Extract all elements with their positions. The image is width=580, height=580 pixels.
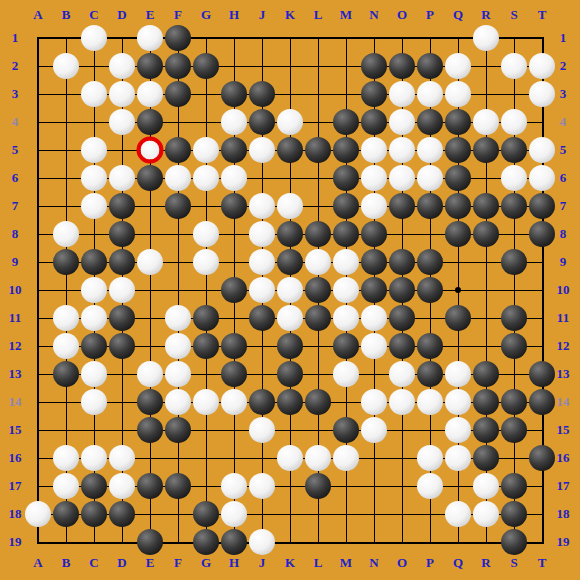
col-label-top: L [314,7,323,23]
black-stone [53,361,79,387]
white-stone [445,445,471,471]
black-stone [389,333,415,359]
black-stone [333,165,359,191]
black-stone [221,137,247,163]
white-stone [81,305,107,331]
black-stone [165,25,191,51]
row-label-left: 19 [9,534,22,550]
white-stone [249,249,275,275]
white-stone [445,53,471,79]
white-stone [249,137,275,163]
white-stone [249,193,275,219]
white-stone [417,165,443,191]
black-stone [53,249,79,275]
black-stone [137,109,163,135]
white-stone [221,473,247,499]
white-stone [361,165,387,191]
black-stone [221,81,247,107]
white-stone [277,277,303,303]
white-stone [417,81,443,107]
row-label-left: 2 [12,58,19,74]
white-stone [445,417,471,443]
white-stone [473,25,499,51]
white-stone [165,305,191,331]
black-stone [473,389,499,415]
white-stone [249,221,275,247]
black-stone [501,389,527,415]
row-label-left: 1 [12,30,19,46]
white-stone [417,473,443,499]
white-stone [81,277,107,303]
white-stone [333,277,359,303]
black-stone [165,137,191,163]
white-stone [109,53,135,79]
last-move-marked-stone [137,137,164,164]
white-stone [361,417,387,443]
black-stone [417,249,443,275]
col-label-top: H [229,7,239,23]
black-stone [417,277,443,303]
black-stone [389,305,415,331]
white-stone [333,445,359,471]
row-label-right: 12 [557,338,570,354]
black-stone [81,501,107,527]
white-stone [53,333,79,359]
col-label-top: D [117,7,126,23]
black-stone [221,333,247,359]
black-stone [193,501,219,527]
row-label-right: 3 [560,86,567,102]
white-stone [473,473,499,499]
white-stone [81,25,107,51]
white-stone [473,109,499,135]
white-stone [361,389,387,415]
black-stone [361,53,387,79]
black-stone [221,193,247,219]
white-stone [501,165,527,191]
white-stone [277,445,303,471]
white-stone [109,473,135,499]
black-stone [333,137,359,163]
row-label-left: 13 [9,366,22,382]
black-stone [277,333,303,359]
black-stone [529,221,555,247]
col-label-top: B [62,7,71,23]
black-stone [389,53,415,79]
white-stone [53,221,79,247]
white-stone [445,81,471,107]
black-stone [305,137,331,163]
black-stone [305,473,331,499]
col-label-top: R [481,7,490,23]
row-label-right: 14 [557,394,570,410]
black-stone [501,417,527,443]
row-label-left: 12 [9,338,22,354]
white-stone [389,137,415,163]
row-label-left: 6 [12,170,19,186]
white-stone [81,361,107,387]
white-stone [361,333,387,359]
black-stone [445,137,471,163]
black-stone [165,417,191,443]
black-stone [361,277,387,303]
black-stone [81,333,107,359]
black-stone [473,137,499,163]
black-stone [109,249,135,275]
black-stone [277,361,303,387]
white-stone [529,137,555,163]
white-stone [165,361,191,387]
black-stone [305,221,331,247]
row-label-left: 11 [9,310,21,326]
white-stone [221,165,247,191]
row-label-right: 18 [557,506,570,522]
col-label-top: J [259,7,266,23]
white-stone [81,81,107,107]
row-label-left: 15 [9,422,22,438]
white-stone [473,501,499,527]
black-stone [417,333,443,359]
black-stone [501,333,527,359]
black-stone [249,81,275,107]
row-label-right: 7 [560,198,567,214]
col-label-top: O [397,7,407,23]
white-stone [333,305,359,331]
black-stone [193,305,219,331]
black-stone [193,529,219,555]
white-stone [221,109,247,135]
white-stone [305,445,331,471]
black-stone [165,193,191,219]
white-stone [277,193,303,219]
white-stone [109,81,135,107]
white-stone [417,445,443,471]
white-stone [221,389,247,415]
black-stone [165,473,191,499]
black-stone [109,193,135,219]
black-stone [277,389,303,415]
black-stone [165,53,191,79]
black-stone [445,221,471,247]
black-stone [473,361,499,387]
col-label-bottom: K [285,555,295,571]
row-label-right: 11 [557,310,569,326]
black-stone [333,417,359,443]
black-stone [529,193,555,219]
row-label-right: 1 [560,30,567,46]
col-label-top: A [33,7,42,23]
col-label-bottom: M [340,555,352,571]
row-label-right: 10 [557,282,570,298]
white-stone [109,277,135,303]
white-stone [249,473,275,499]
white-stone [529,53,555,79]
row-label-right: 13 [557,366,570,382]
white-stone [361,193,387,219]
white-stone [445,501,471,527]
black-stone [529,361,555,387]
black-stone [361,109,387,135]
white-stone [193,249,219,275]
black-stone [305,277,331,303]
black-stone [333,109,359,135]
col-label-top: C [89,7,98,23]
col-label-bottom: P [426,555,434,571]
black-stone [109,333,135,359]
white-stone [53,473,79,499]
white-stone [193,389,219,415]
col-label-top: M [340,7,352,23]
black-stone [109,501,135,527]
white-stone [137,361,163,387]
white-stone [529,165,555,191]
white-stone [109,445,135,471]
white-stone [165,333,191,359]
black-stone [389,193,415,219]
white-stone [109,109,135,135]
row-label-left: 18 [9,506,22,522]
col-label-bottom: O [397,555,407,571]
white-stone [389,81,415,107]
row-label-left: 17 [9,478,22,494]
row-label-left: 4 [12,114,19,130]
col-label-top: E [146,7,155,23]
col-label-top: Q [453,7,463,23]
white-stone [361,305,387,331]
row-label-right: 16 [557,450,570,466]
white-stone [137,25,163,51]
black-stone [333,221,359,247]
black-stone [445,305,471,331]
white-stone [389,361,415,387]
col-label-bottom: B [62,555,71,571]
black-stone [137,165,163,191]
row-label-left: 9 [12,254,19,270]
white-stone [501,53,527,79]
white-stone [249,529,275,555]
row-label-right: 4 [560,114,567,130]
row-label-left: 5 [12,142,19,158]
white-stone [221,501,247,527]
white-stone [81,193,107,219]
black-stone [501,137,527,163]
white-stone [81,445,107,471]
col-label-top: S [510,7,517,23]
white-stone [417,389,443,415]
col-label-top: T [538,7,547,23]
black-stone [277,137,303,163]
black-stone [221,529,247,555]
row-label-right: 9 [560,254,567,270]
black-stone [277,221,303,247]
white-stone [389,109,415,135]
col-label-top: N [369,7,378,23]
black-stone [137,53,163,79]
col-label-top: F [174,7,182,23]
black-stone [165,81,191,107]
col-label-bottom: S [510,555,517,571]
white-stone [137,249,163,275]
star-point [455,287,461,293]
white-stone [53,445,79,471]
black-stone [389,277,415,303]
black-stone [137,473,163,499]
white-stone [249,417,275,443]
black-stone [389,249,415,275]
go-board[interactable]: AABBCCDDEEFFGGHHJJKKLLMMNNOOPPQQRRSSTT11… [0,0,580,580]
row-label-right: 5 [560,142,567,158]
black-stone [501,529,527,555]
white-stone [305,249,331,275]
row-label-right: 15 [557,422,570,438]
black-stone [333,193,359,219]
black-stone [529,445,555,471]
col-label-bottom: D [117,555,126,571]
row-label-right: 6 [560,170,567,186]
row-label-left: 10 [9,282,22,298]
col-label-bottom: J [259,555,266,571]
black-stone [501,305,527,331]
black-stone [249,389,275,415]
black-stone [445,165,471,191]
black-stone [193,53,219,79]
black-stone [361,249,387,275]
black-stone [109,221,135,247]
white-stone [361,137,387,163]
black-stone [137,389,163,415]
white-stone [81,137,107,163]
row-label-right: 17 [557,478,570,494]
black-stone [249,305,275,331]
black-stone [305,389,331,415]
col-label-bottom: H [229,555,239,571]
white-stone [249,277,275,303]
white-stone [445,361,471,387]
black-stone [53,501,79,527]
col-label-bottom: N [369,555,378,571]
col-label-bottom: F [174,555,182,571]
black-stone [501,501,527,527]
col-label-bottom: L [314,555,323,571]
black-stone [501,473,527,499]
black-stone [221,277,247,303]
col-label-bottom: T [538,555,547,571]
black-stone [221,361,247,387]
white-stone [445,389,471,415]
black-stone [277,249,303,275]
black-stone [473,221,499,247]
black-stone [445,109,471,135]
white-stone [81,165,107,191]
black-stone [501,249,527,275]
white-stone [53,305,79,331]
black-stone [109,305,135,331]
white-stone [417,137,443,163]
black-stone [473,193,499,219]
black-stone [473,445,499,471]
white-stone [333,249,359,275]
black-stone [417,109,443,135]
black-stone [305,305,331,331]
white-stone [165,165,191,191]
row-label-left: 14 [9,394,22,410]
black-stone [81,473,107,499]
row-label-left: 7 [12,198,19,214]
white-stone [193,221,219,247]
col-label-top: G [201,7,211,23]
white-stone [277,305,303,331]
col-label-bottom: A [33,555,42,571]
white-stone [165,389,191,415]
col-label-top: P [426,7,434,23]
col-label-bottom: C [89,555,98,571]
black-stone [417,193,443,219]
white-stone [389,389,415,415]
row-label-left: 16 [9,450,22,466]
white-stone [193,137,219,163]
row-label-right: 2 [560,58,567,74]
white-stone [277,109,303,135]
black-stone [445,193,471,219]
black-stone [137,529,163,555]
black-stone [501,193,527,219]
row-label-left: 3 [12,86,19,102]
black-stone [473,417,499,443]
white-stone [389,165,415,191]
row-label-right: 19 [557,534,570,550]
white-stone [137,81,163,107]
col-label-bottom: Q [453,555,463,571]
row-label-left: 8 [12,226,19,242]
black-stone [417,53,443,79]
black-stone [417,361,443,387]
white-stone [109,165,135,191]
white-stone [333,361,359,387]
black-stone [361,221,387,247]
white-stone [193,165,219,191]
black-stone [333,333,359,359]
row-label-right: 8 [560,226,567,242]
col-label-bottom: G [201,555,211,571]
white-stone [501,109,527,135]
white-stone [25,501,51,527]
black-stone [137,417,163,443]
black-stone [193,333,219,359]
col-label-bottom: R [481,555,490,571]
white-stone [529,81,555,107]
black-stone [81,249,107,275]
col-label-top: K [285,7,295,23]
black-stone [529,389,555,415]
black-stone [249,109,275,135]
col-label-bottom: E [146,555,155,571]
black-stone [361,81,387,107]
white-stone [81,389,107,415]
white-stone [53,53,79,79]
